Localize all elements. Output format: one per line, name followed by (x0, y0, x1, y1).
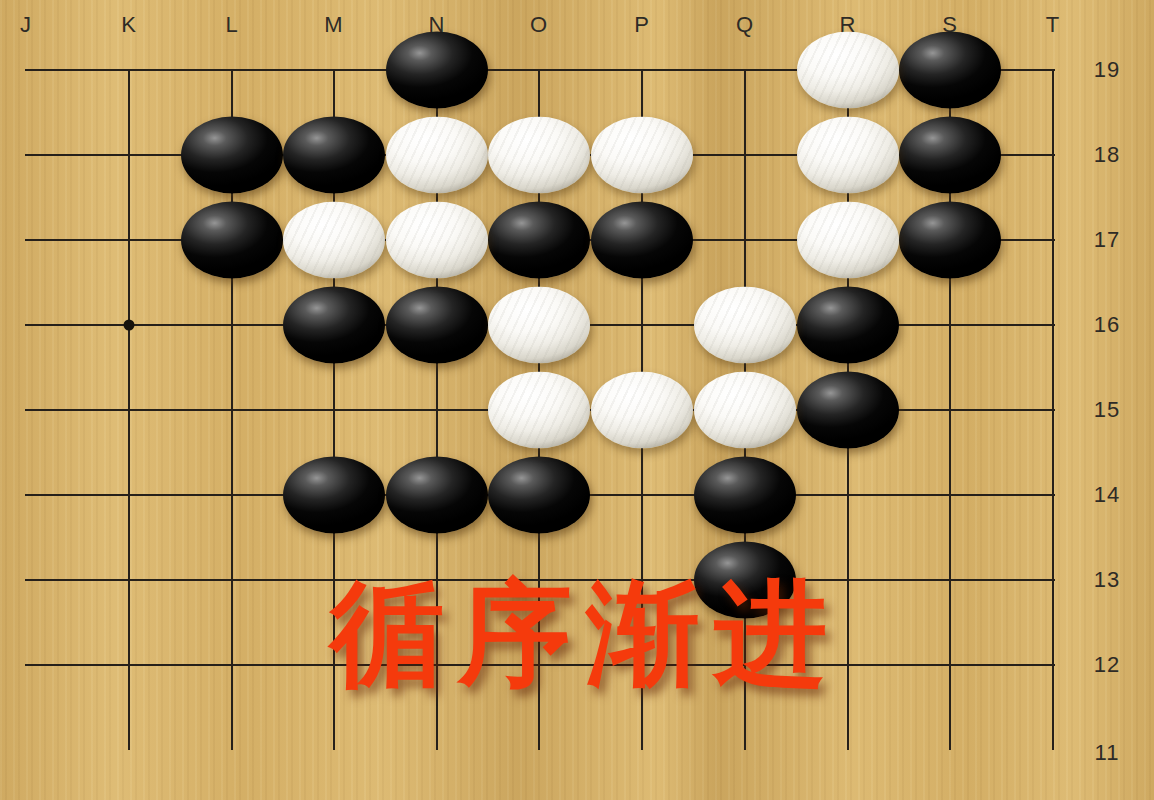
row-label-15: 15 (1094, 397, 1120, 423)
column-label-T: T (1046, 12, 1060, 38)
grid-line-v-T (1052, 69, 1054, 750)
column-label-M: M (324, 12, 343, 38)
stone-white-R19 (797, 32, 899, 109)
stone-white-P15 (591, 372, 693, 449)
stone-black-P17 (591, 202, 693, 279)
row-label-11: 11 (1095, 740, 1120, 766)
go-board[interactable]: 循序渐进 JKLMNOPQRST191817161514131211 (0, 0, 1154, 800)
stone-black-N16 (386, 287, 488, 364)
stone-black-Q14 (694, 457, 796, 534)
stone-black-R16 (797, 287, 899, 364)
stone-white-O16 (488, 287, 590, 364)
row-label-13: 13 (1094, 567, 1120, 593)
row-label-17: 17 (1094, 227, 1120, 253)
row-label-14: 14 (1094, 482, 1120, 508)
column-label-L: L (225, 12, 238, 38)
stone-black-M14 (283, 457, 385, 534)
overlay-caption: 循序渐进 (330, 577, 842, 691)
stone-white-R18 (797, 117, 899, 194)
row-label-19: 19 (1094, 57, 1120, 83)
row-label-12: 12 (1094, 652, 1120, 678)
stone-black-N19 (386, 32, 488, 109)
stone-black-L17 (181, 202, 283, 279)
stone-white-R17 (797, 202, 899, 279)
stone-white-P18 (591, 117, 693, 194)
column-label-O: O (530, 12, 548, 38)
stone-black-S17 (899, 202, 1001, 279)
star-point-K16 (124, 320, 135, 331)
stone-white-O15 (488, 372, 590, 449)
column-label-P: P (634, 12, 650, 38)
stone-white-Q16 (694, 287, 796, 364)
row-label-16: 16 (1094, 312, 1120, 338)
column-label-Q: Q (736, 12, 754, 38)
column-label-K: K (121, 12, 137, 38)
row-label-18: 18 (1094, 142, 1120, 168)
grid-line-v-K (128, 69, 130, 750)
stone-black-O17 (488, 202, 590, 279)
stone-black-R15 (797, 372, 899, 449)
stone-black-M18 (283, 117, 385, 194)
stone-white-N18 (386, 117, 488, 194)
stone-black-S18 (899, 117, 1001, 194)
column-label-J: J (20, 12, 32, 38)
stone-black-S19 (899, 32, 1001, 109)
stone-black-M16 (283, 287, 385, 364)
stone-black-L18 (181, 117, 283, 194)
stone-white-O18 (488, 117, 590, 194)
stone-black-O14 (488, 457, 590, 534)
stone-white-M17 (283, 202, 385, 279)
stone-white-Q15 (694, 372, 796, 449)
stone-white-N17 (386, 202, 488, 279)
stone-black-N14 (386, 457, 488, 534)
